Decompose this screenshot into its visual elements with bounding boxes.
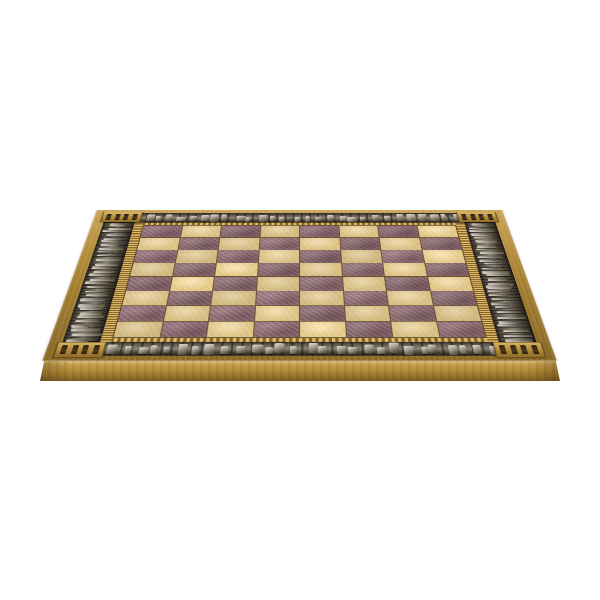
crenellation-slot [123,214,129,220]
square-r6c2 [167,291,212,306]
crenellation-slot [131,214,137,220]
square-r3c3 [217,250,258,263]
square-r4c5 [300,263,341,276]
relief-figure [124,346,133,354]
square-r2c5 [300,238,340,250]
relief-figure [487,278,508,281]
square-r4c8 [425,263,469,276]
relief-figure [259,215,268,222]
relief-figure [487,290,510,292]
relief-figure [403,346,415,355]
crenellated-corner-far-right [456,212,499,222]
relief-figure [96,255,116,257]
relief-figure [163,346,170,353]
square-r5c7 [385,277,429,291]
crenellation-slot [92,345,100,354]
square-r8c6 [346,321,393,337]
relief-figure [80,307,103,310]
relief-figure [221,214,227,221]
relief-figure [485,285,512,288]
relief-figure [406,214,416,221]
square-r3c5 [300,250,341,263]
crenellation-slot [81,345,89,354]
relief-figure [448,345,459,354]
relief-figure [496,311,520,313]
square-r8c7 [391,321,439,337]
relief-figure [79,298,105,301]
relief-figure [469,228,484,229]
relief-figure [71,334,102,336]
relief-figure [89,273,112,275]
relief-figure [190,216,197,221]
square-r1c1 [141,226,182,238]
square-r7c5 [300,306,344,321]
relief-figure [279,217,285,222]
square-r8c1 [113,321,162,337]
relief-figure [503,335,533,338]
square-r8c5 [300,321,346,337]
relief-figure [252,344,263,352]
square-r7c4 [255,306,299,321]
crenellation-slot [60,345,69,354]
relief-band-near [58,342,541,356]
crenellation-slot [499,345,507,354]
relief-figure [95,264,119,266]
square-r8c4 [253,321,299,337]
square-r1c2 [180,226,220,238]
relief-figure [479,252,504,254]
relief-figure [494,306,513,308]
relief-figure [106,234,126,236]
relief-figure [372,215,379,221]
square-r4c3 [215,263,257,276]
relief-figure [91,266,111,269]
relief-figure [274,343,284,352]
square-r5c8 [428,277,473,291]
crenellation-slot [106,214,113,220]
relief-figure [428,344,437,352]
relief-figure [165,214,173,220]
square-r2c7 [380,238,421,250]
relief-figure [430,215,440,221]
square-r3c1 [134,250,177,263]
square-r1c8 [417,226,458,238]
square-r4c2 [173,263,216,276]
relief-figure [377,347,386,354]
square-r1c6 [339,226,379,238]
relief-figure [138,347,148,354]
relief-figure [210,214,219,221]
crenellated-corner-far-left [100,212,143,222]
crenellated-corner-near-right [492,342,546,358]
relief-figure [471,345,482,354]
square-r3c8 [422,250,465,263]
relief-figure [481,267,497,269]
relief-figure [290,346,298,354]
relief-figure [337,346,346,354]
relief-figure [470,234,492,236]
relief-figure [348,347,357,354]
relief-figure [440,214,447,221]
square-r5c5 [300,277,342,291]
square-r6c7 [387,291,432,306]
square-r2c6 [340,238,381,250]
relief-figure [236,346,245,354]
relief-figure [388,343,400,353]
relief-figure [488,294,508,296]
relief-figure [469,230,495,231]
crenellated-corner-near-left [53,342,107,358]
square-r1c7 [378,226,418,238]
crenellation-slot [114,214,120,220]
relief-figure [265,347,273,354]
square-r3c4 [258,250,299,263]
square-r6c8 [430,291,476,306]
square-r3c2 [175,250,217,263]
square-r5c2 [170,277,214,291]
square-r7c6 [345,306,391,321]
relief-figure [295,217,300,222]
square-r6c4 [256,291,299,306]
relief-figure [270,216,275,221]
relief-figure [497,324,521,326]
square-r4c7 [383,263,426,276]
square-r7c2 [163,306,210,321]
relief-figure [203,344,214,355]
relief-figure [245,217,250,222]
square-r6c6 [343,291,387,306]
square-r7c3 [209,306,255,321]
relief-figure [418,214,427,221]
crenellation-slot [510,345,518,354]
crenellation-slot [478,214,484,220]
relief-figure [491,303,510,306]
relief-figure [327,215,335,220]
square-r8c8 [437,321,486,337]
square-r4c4 [258,263,299,276]
product-photo-background [0,0,600,600]
relief-figure [95,259,121,261]
crenellation-slot [530,345,539,354]
gold-fillet-near [100,338,499,342]
relief-figure [70,328,101,331]
square-r5c1 [126,277,171,291]
relief-figure [176,217,186,221]
crenellation-slot [470,214,476,220]
square-r2c3 [219,238,260,250]
relief-figure [364,345,375,354]
relief-figure [74,320,100,322]
relief-figure [85,291,106,293]
relief-figure [316,217,323,221]
square-r8c3 [207,321,254,337]
relief-figure [100,244,119,246]
square-r4c6 [342,263,384,276]
square-r1c5 [300,226,339,238]
square-r2c8 [420,238,462,250]
relief-figure [221,346,229,354]
relief-figure [459,345,468,354]
square-r1c3 [220,226,260,238]
relief-figure [475,240,497,242]
relief-figure [102,230,121,232]
relief-figure [177,344,188,355]
square-r1c4 [260,226,299,238]
relief-figure [309,343,318,353]
relief-figure [396,214,404,221]
crenellation-slot [487,214,494,220]
crenellation-slot [461,214,467,220]
relief-figure [101,240,119,242]
relief-figure [318,346,327,353]
relief-figure [201,215,211,221]
square-r7c7 [389,306,436,321]
relief-figure [347,217,356,222]
relief-figure [106,344,119,353]
relief-figure [155,216,161,221]
square-r6c5 [300,291,343,306]
relief-figure [110,223,125,226]
relief-figure [491,298,510,300]
relief-figure [71,325,90,328]
square-r4c1 [130,263,174,276]
square-r5c4 [257,277,299,291]
relief-figure [191,346,199,354]
square-r7c8 [433,306,481,321]
play-area [112,225,486,337]
relief-figure [384,216,391,221]
square-r8c2 [160,321,208,337]
relief-figure [486,274,511,277]
relief-figure [497,317,527,320]
relief-figure [85,281,108,284]
square-r2c2 [178,238,219,250]
relief-figure [150,345,159,353]
relief-figure [85,294,109,296]
square-r2c1 [137,238,179,250]
relief-figure [503,330,530,332]
square-r5c3 [213,277,256,291]
square-r6c1 [122,291,168,306]
square-r3c7 [381,250,423,263]
relief-figure [471,223,487,225]
relief-figure [86,286,106,288]
relief-figure [476,248,492,250]
crenellation-slot [520,345,528,354]
board-front-edge [40,361,560,381]
square-r3c6 [341,250,382,263]
relief-figure [236,216,245,221]
relief-figure [305,216,310,222]
square-r7c1 [118,306,166,321]
crenellation-slot [70,345,78,354]
relief-band-far [104,213,496,222]
relief-figure [477,256,503,258]
square-r2c4 [259,238,299,250]
square-r6c3 [211,291,255,306]
relief-figure [97,251,115,253]
relief-figure [77,315,105,318]
relief-figure [483,262,502,264]
relief-figure [98,248,125,250]
relief-figure [359,217,365,221]
relief-figure [473,237,494,239]
square-r5c6 [343,277,386,291]
chess-board [43,210,557,360]
